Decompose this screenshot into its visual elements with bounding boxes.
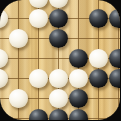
black-stone: ●	[89, 69, 108, 88]
black-stone: ●	[49, 9, 68, 28]
black-stone: ●	[29, 109, 48, 121]
white-stone: ●	[89, 49, 108, 68]
white-stone: ●	[69, 69, 88, 88]
black-stone: ●	[49, 109, 68, 121]
black-stone: ●	[109, 9, 121, 28]
white-stone: ●	[9, 29, 28, 48]
black-stone: ●	[109, 69, 121, 88]
white-stone: ●	[29, 0, 48, 8]
white-stone: ●	[49, 69, 68, 88]
black-stone: ●	[69, 89, 88, 108]
white-stone: ●	[0, 69, 8, 88]
white-stone: ●	[9, 89, 28, 108]
black-stone: ●	[89, 9, 108, 28]
screenshot-backdrop: ●●●●●●●●●●●●●●●●●●●●●●●●●	[0, 0, 120, 120]
black-stone: ●	[49, 29, 68, 48]
white-stone: ●	[29, 69, 48, 88]
white-stone: ●	[0, 49, 8, 68]
black-stone: ●	[69, 109, 88, 121]
go-board: ●●●●●●●●●●●●●●●●●●●●●●●●●	[0, 0, 120, 120]
black-stone: ●	[69, 49, 88, 68]
white-stone: ●	[0, 9, 8, 28]
white-stone: ●	[49, 89, 68, 108]
white-stone: ●	[49, 0, 68, 8]
black-stone: ●	[109, 49, 121, 68]
go-app-icon[interactable]: ●●●●●●●●●●●●●●●●●●●●●●●●●	[0, 0, 120, 120]
white-stone: ●	[29, 9, 48, 28]
